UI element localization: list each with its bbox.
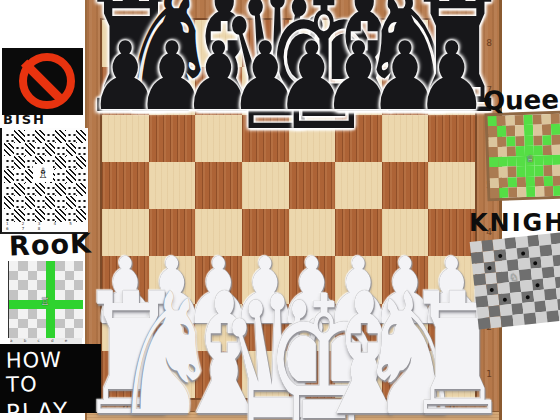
rook-diagram-cell bbox=[55, 319, 64, 329]
queen-diagram-cell bbox=[542, 124, 551, 135]
rook-diagram-cell bbox=[18, 309, 27, 319]
bishop-diagram-cell bbox=[14, 130, 24, 143]
queen-diagram-cell bbox=[544, 186, 553, 197]
rook-diagram-cell bbox=[55, 280, 64, 290]
queen-diagram-cell bbox=[508, 177, 517, 188]
queen-diagram-cell bbox=[497, 136, 506, 147]
queen-diagram-cell bbox=[544, 176, 553, 187]
queen-diagram-cell bbox=[506, 136, 515, 147]
queen-diagram-cell bbox=[526, 186, 535, 197]
rook-diagram-cell bbox=[28, 300, 37, 310]
knight-move-dot bbox=[502, 297, 506, 301]
queen-diagram-grid bbox=[488, 114, 560, 198]
queen-diagram-cell bbox=[543, 165, 552, 176]
rook-diagram-cell bbox=[65, 328, 74, 338]
square-a5[interactable] bbox=[102, 162, 149, 209]
queen-diagram-cell bbox=[553, 185, 560, 196]
queen-diagram-cell bbox=[551, 134, 560, 145]
rook-diagram-cell bbox=[28, 319, 37, 329]
queen-diagram-cell bbox=[507, 167, 516, 178]
bishop-diagram-cell bbox=[76, 196, 86, 209]
queen-diagram-cell bbox=[515, 115, 524, 126]
bishop-diagram-cell bbox=[66, 130, 76, 143]
rook-diagram-cell bbox=[46, 280, 55, 290]
knight-move-dot bbox=[536, 282, 540, 286]
queen-diagram-cell bbox=[499, 187, 508, 198]
bishop-diagram-cell bbox=[66, 169, 76, 182]
queen-diagram-cell bbox=[542, 135, 551, 146]
square-h5[interactable] bbox=[428, 162, 475, 209]
queen-diagram-cell bbox=[552, 155, 560, 166]
rook-diagram-cell bbox=[9, 309, 18, 319]
rook-diagram-cell bbox=[37, 328, 46, 338]
rook-diagram-cell bbox=[28, 309, 37, 319]
bishop-diagram-cell bbox=[66, 196, 76, 209]
queen-panel-label: Queen bbox=[483, 84, 560, 116]
queen-diagram-cell bbox=[524, 115, 533, 126]
bishop-moves-diagram[interactable]: ♗ 1 2 3 4 5 6 7 8 bbox=[0, 128, 88, 234]
rook-diagram-cell bbox=[65, 271, 74, 281]
queen-diagram-cell bbox=[490, 177, 499, 188]
queen-icon: ♕ bbox=[525, 154, 535, 164]
rook-diagram-cell bbox=[46, 328, 55, 338]
knight-diagram-cell bbox=[555, 287, 560, 299]
bishop-diagram-cell bbox=[35, 143, 45, 156]
queen-diagram-cell bbox=[489, 167, 498, 178]
rook-diagram-cell bbox=[9, 261, 18, 271]
queen-diagram-cell bbox=[552, 165, 560, 176]
bishop-diagram-cell bbox=[45, 183, 55, 196]
knight-panel-label: KNIGHT bbox=[469, 209, 560, 237]
queen-diagram-cell bbox=[534, 155, 543, 166]
bishop-diagram-cell bbox=[14, 196, 24, 209]
queen-diagram-cell bbox=[488, 116, 497, 127]
rook-diagram-cell bbox=[65, 309, 74, 319]
rook-diagram-cell bbox=[9, 319, 18, 329]
queen-diagram-cell bbox=[551, 114, 560, 125]
bishop-diagram-cell bbox=[25, 183, 35, 196]
queen-diagram-cell bbox=[533, 125, 542, 136]
queen-diagram-cell bbox=[508, 187, 517, 198]
queen-diagram-cell bbox=[516, 146, 525, 157]
rook-diagram-cell bbox=[18, 328, 27, 338]
rook-diagram-cell bbox=[18, 290, 27, 300]
rook-diagram-cell bbox=[37, 271, 46, 281]
bishop-diagram-cell bbox=[4, 196, 14, 209]
bishop-diagram-cell bbox=[35, 196, 45, 209]
bishop-diagram-cell bbox=[45, 143, 55, 156]
bishop-diagram-cell bbox=[55, 130, 65, 143]
rook-diagram-cell bbox=[46, 261, 55, 271]
rook-diagram-cell bbox=[37, 309, 46, 319]
rook-diagram-cell bbox=[55, 271, 64, 281]
queen-diagram-cell bbox=[551, 124, 560, 135]
rook-diagram-cell bbox=[28, 261, 37, 271]
queen-diagram-cell bbox=[542, 114, 551, 125]
queen-diagram-cell bbox=[499, 177, 508, 188]
knight-diagram-cell bbox=[557, 298, 560, 310]
queen-moves-diagram[interactable]: ♕ bbox=[484, 111, 560, 202]
queen-diagram-cell bbox=[552, 144, 560, 155]
queen-diagram-cell bbox=[498, 157, 507, 168]
bishop-diagram-cell bbox=[66, 143, 76, 156]
main-chess-board: 87654321 abcdefgh ♜♞♝♛♚♝♞♜♟♟♟♟♟♟♟♟♟♟♟♟♟♟… bbox=[85, 0, 502, 420]
knight-diagram-cell bbox=[551, 243, 560, 255]
rook-diagram-cell bbox=[46, 309, 55, 319]
bishop-diagram-cell bbox=[55, 156, 65, 169]
bishop-diagram-cell bbox=[4, 143, 14, 156]
rook-diagram-cell bbox=[18, 300, 27, 310]
queen-diagram-cell bbox=[489, 147, 498, 158]
rook-diagram-cell bbox=[18, 319, 27, 329]
rook-diagram-cell bbox=[55, 290, 64, 300]
queen-diagram-cell bbox=[524, 125, 533, 136]
bishop-diagram-cell bbox=[25, 196, 35, 209]
knight-move-dot bbox=[533, 261, 537, 265]
square-b5[interactable] bbox=[149, 162, 196, 209]
bishop-diagram-cell bbox=[55, 196, 65, 209]
knight-move-dot bbox=[490, 287, 494, 291]
rook-diagram-cell bbox=[9, 300, 18, 310]
queen-diagram-cell bbox=[533, 114, 542, 125]
chess-app-screen: 87654321 abcdefgh ♜♞♝♛♚♝♞♜♟♟♟♟♟♟♟♟♟♟♟♟♟♟… bbox=[0, 0, 560, 420]
queen-diagram-cell bbox=[543, 145, 552, 156]
bishop-diagram-cell bbox=[14, 143, 24, 156]
bishop-diagram-cell bbox=[55, 169, 65, 182]
knight-icon: ♘ bbox=[507, 271, 520, 283]
bishop-diagram-cell bbox=[4, 130, 14, 143]
no-entry-button[interactable] bbox=[2, 48, 83, 115]
queen-diagram-cell bbox=[497, 126, 506, 137]
bishop-diagram-cell bbox=[14, 169, 24, 182]
queen-diagram-cell bbox=[533, 135, 542, 146]
rook-diagram-cell bbox=[18, 280, 27, 290]
bishop-diagram-cell bbox=[45, 196, 55, 209]
rook-diagram-cell bbox=[9, 271, 18, 281]
bishop-diagram-cell bbox=[4, 183, 14, 196]
knight-diagram-cell bbox=[553, 265, 560, 277]
rook-diagram-cell bbox=[18, 271, 27, 281]
rook-diagram-cell bbox=[9, 290, 18, 300]
rook-diagram-cell bbox=[46, 271, 55, 281]
queen-diagram-cell bbox=[535, 186, 544, 197]
bishop-diagram-cell bbox=[35, 130, 45, 143]
rook-diagram-cell bbox=[65, 290, 74, 300]
bishop-diagram-cell bbox=[25, 143, 35, 156]
queen-diagram-cell bbox=[553, 175, 560, 186]
queen-diagram-cell bbox=[507, 156, 516, 167]
rook-diagram-cell bbox=[55, 300, 64, 310]
knight-move-dot bbox=[498, 253, 502, 257]
bishop-diagram-cell bbox=[66, 156, 76, 169]
queen-diagram-cell bbox=[488, 136, 497, 147]
queen-diagram-cell bbox=[515, 136, 524, 147]
bishop-diagram-cell bbox=[14, 183, 24, 196]
rook-diagram-cell bbox=[37, 280, 46, 290]
queen-diagram-cell bbox=[526, 176, 535, 187]
queen-diagram-cell bbox=[535, 176, 544, 187]
queen-diagram-cell bbox=[525, 166, 534, 177]
bishop-icon: ♗ bbox=[33, 164, 53, 182]
queen-diagram-cell bbox=[516, 156, 525, 167]
rook-diagram-cell bbox=[28, 271, 37, 281]
queen-diagram-cell bbox=[490, 188, 499, 199]
queen-diagram-cell bbox=[524, 135, 533, 146]
queen-diagram-cell bbox=[515, 125, 524, 136]
queen-diagram-cell bbox=[534, 145, 543, 156]
queen-diagram-cell bbox=[506, 126, 515, 137]
rook-icon: ♖ bbox=[39, 296, 51, 307]
bishop-diagram-cell bbox=[25, 130, 35, 143]
rook-diagram-cell bbox=[9, 280, 18, 290]
queen-diagram-cell bbox=[534, 166, 543, 177]
rook-diagram-cell bbox=[65, 300, 74, 310]
rook-diagram-cell bbox=[55, 328, 64, 338]
queen-diagram-cell bbox=[543, 155, 552, 166]
rook-diagram-cell bbox=[9, 328, 18, 338]
rook-diagram-cell bbox=[55, 261, 64, 271]
bishop-diagram-cell bbox=[4, 169, 14, 182]
bishop-diagram-cell bbox=[66, 183, 76, 196]
rook-diagram-cell bbox=[55, 309, 64, 319]
bishop-diagram-cell bbox=[55, 183, 65, 196]
queen-diagram-cell bbox=[498, 146, 507, 157]
rook-diagram-cell bbox=[65, 280, 74, 290]
rook-diagram-cell bbox=[46, 319, 55, 329]
rook-diagram-cell bbox=[37, 319, 46, 329]
queen-diagram-cell bbox=[516, 166, 525, 177]
bishop-diagram-cell bbox=[4, 156, 14, 169]
rook-diagram-cell bbox=[18, 261, 27, 271]
rook-diagram-cell bbox=[28, 280, 37, 290]
queen-diagram-cell bbox=[489, 157, 498, 168]
bishop-diagram-cell bbox=[35, 183, 45, 196]
knight-move-dot bbox=[521, 251, 525, 255]
bishop-diagram-cell bbox=[45, 130, 55, 143]
knight-moves-diagram[interactable]: ♘ bbox=[470, 232, 560, 329]
rook-diagram-cell bbox=[28, 328, 37, 338]
rook-diagram-cell bbox=[37, 261, 46, 271]
queen-diagram-cell bbox=[517, 176, 526, 187]
square-g5[interactable] bbox=[382, 162, 429, 209]
bishop-diagram-cell bbox=[55, 143, 65, 156]
queen-diagram-cell bbox=[507, 146, 516, 157]
queen-diagram-cell bbox=[497, 116, 506, 127]
knight-move-dot bbox=[487, 265, 491, 269]
queen-diagram-cell bbox=[488, 126, 497, 137]
knight-diagram-cell bbox=[552, 254, 560, 266]
bishop-diagram-cell bbox=[76, 156, 86, 169]
rook-diagram-cell bbox=[65, 319, 74, 329]
queen-diagram-cell bbox=[517, 187, 526, 198]
bishop-diagram-cell bbox=[76, 169, 86, 182]
rook-diagram-cell bbox=[28, 290, 37, 300]
knight-diagram-cell bbox=[554, 276, 560, 288]
knight-move-dot bbox=[525, 295, 529, 299]
bishop-diagram-cell bbox=[14, 156, 24, 169]
bishop-diagram-cell bbox=[76, 183, 86, 196]
queen-diagram-cell bbox=[498, 167, 507, 178]
queen-diagram-cell bbox=[506, 115, 515, 126]
rook-diagram-cell bbox=[65, 261, 74, 271]
